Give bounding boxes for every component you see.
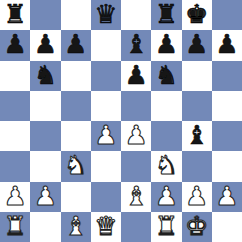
piece-black-pawn[interactable]: ♟ bbox=[155, 31, 178, 57]
piece-white-knight[interactable]: ♞ bbox=[64, 152, 87, 178]
piece-black-bishop[interactable]: ♝ bbox=[185, 122, 208, 148]
square-h6[interactable] bbox=[212, 61, 242, 91]
square-b7[interactable]: ♟ bbox=[30, 30, 60, 60]
square-h4[interactable] bbox=[212, 121, 242, 151]
square-c6[interactable] bbox=[61, 61, 91, 91]
piece-black-knight[interactable]: ♞ bbox=[155, 62, 178, 88]
square-f5[interactable] bbox=[151, 91, 181, 121]
piece-white-rook[interactable]: ♜ bbox=[155, 213, 178, 239]
square-e2[interactable]: ♝ bbox=[121, 182, 151, 212]
square-a1[interactable]: ♜ bbox=[0, 212, 30, 242]
square-g4[interactable]: ♝ bbox=[182, 121, 212, 151]
square-a2[interactable]: ♟ bbox=[0, 182, 30, 212]
piece-white-knight[interactable]: ♞ bbox=[155, 152, 178, 178]
piece-black-pawn[interactable]: ♟ bbox=[3, 31, 26, 57]
piece-black-knight[interactable]: ♞ bbox=[34, 62, 57, 88]
square-c5[interactable] bbox=[61, 91, 91, 121]
square-d7[interactable] bbox=[91, 30, 121, 60]
square-h2[interactable]: ♟ bbox=[212, 182, 242, 212]
square-b8[interactable] bbox=[30, 0, 60, 30]
square-c1[interactable]: ♝ bbox=[61, 212, 91, 242]
square-c4[interactable] bbox=[61, 121, 91, 151]
square-h3[interactable] bbox=[212, 151, 242, 181]
square-h7[interactable]: ♟ bbox=[212, 30, 242, 60]
square-b6[interactable]: ♞ bbox=[30, 61, 60, 91]
square-g5[interactable] bbox=[182, 91, 212, 121]
piece-black-queen[interactable]: ♛ bbox=[94, 1, 117, 27]
square-a5[interactable] bbox=[0, 91, 30, 121]
piece-white-pawn[interactable]: ♟ bbox=[94, 122, 117, 148]
square-c3[interactable]: ♞ bbox=[61, 151, 91, 181]
piece-white-pawn[interactable]: ♟ bbox=[34, 183, 57, 209]
square-c2[interactable] bbox=[61, 182, 91, 212]
piece-white-pawn[interactable]: ♟ bbox=[185, 183, 208, 209]
square-b1[interactable] bbox=[30, 212, 60, 242]
square-f2[interactable]: ♟ bbox=[151, 182, 181, 212]
square-h1[interactable] bbox=[212, 212, 242, 242]
square-e4[interactable]: ♟ bbox=[121, 121, 151, 151]
square-a4[interactable] bbox=[0, 121, 30, 151]
piece-white-rook[interactable]: ♜ bbox=[3, 213, 26, 239]
piece-white-bishop[interactable]: ♝ bbox=[124, 183, 147, 209]
square-h8[interactable] bbox=[212, 0, 242, 30]
square-e8[interactable] bbox=[121, 0, 151, 30]
piece-white-pawn[interactable]: ♟ bbox=[124, 122, 147, 148]
piece-white-pawn[interactable]: ♟ bbox=[155, 183, 178, 209]
square-a7[interactable]: ♟ bbox=[0, 30, 30, 60]
piece-black-pawn[interactable]: ♟ bbox=[124, 62, 147, 88]
piece-white-bishop[interactable]: ♝ bbox=[64, 213, 87, 239]
square-c8[interactable] bbox=[61, 0, 91, 30]
square-d4[interactable]: ♟ bbox=[91, 121, 121, 151]
square-d1[interactable]: ♛ bbox=[91, 212, 121, 242]
square-g3[interactable] bbox=[182, 151, 212, 181]
square-d6[interactable] bbox=[91, 61, 121, 91]
square-g7[interactable]: ♟ bbox=[182, 30, 212, 60]
square-e3[interactable] bbox=[121, 151, 151, 181]
piece-black-pawn[interactable]: ♟ bbox=[34, 31, 57, 57]
square-b2[interactable]: ♟ bbox=[30, 182, 60, 212]
square-b3[interactable] bbox=[30, 151, 60, 181]
square-f4[interactable] bbox=[151, 121, 181, 151]
square-a3[interactable] bbox=[0, 151, 30, 181]
chess-board: ♜♛♜♚♟♟♟♝♟♟♟♞♟♞♟♟♝♞♞♟♟♝♟♟♟♜♝♛♜♚ bbox=[0, 0, 242, 242]
square-f7[interactable]: ♟ bbox=[151, 30, 181, 60]
square-d8[interactable]: ♛ bbox=[91, 0, 121, 30]
piece-black-rook[interactable]: ♜ bbox=[155, 1, 178, 27]
square-g6[interactable] bbox=[182, 61, 212, 91]
piece-white-pawn[interactable]: ♟ bbox=[3, 183, 26, 209]
square-e6[interactable]: ♟ bbox=[121, 61, 151, 91]
square-g1[interactable]: ♚ bbox=[182, 212, 212, 242]
piece-white-pawn[interactable]: ♟ bbox=[215, 183, 238, 209]
square-f8[interactable]: ♜ bbox=[151, 0, 181, 30]
square-d2[interactable] bbox=[91, 182, 121, 212]
square-h5[interactable] bbox=[212, 91, 242, 121]
square-e1[interactable] bbox=[121, 212, 151, 242]
square-d3[interactable] bbox=[91, 151, 121, 181]
square-d5[interactable] bbox=[91, 91, 121, 121]
piece-black-pawn[interactable]: ♟ bbox=[64, 31, 87, 57]
square-g2[interactable]: ♟ bbox=[182, 182, 212, 212]
piece-white-queen[interactable]: ♛ bbox=[94, 213, 117, 239]
piece-black-pawn[interactable]: ♟ bbox=[185, 31, 208, 57]
piece-black-pawn[interactable]: ♟ bbox=[215, 31, 238, 57]
square-f3[interactable]: ♞ bbox=[151, 151, 181, 181]
square-f1[interactable]: ♜ bbox=[151, 212, 181, 242]
square-b4[interactable] bbox=[30, 121, 60, 151]
square-f6[interactable]: ♞ bbox=[151, 61, 181, 91]
piece-black-king[interactable]: ♚ bbox=[185, 1, 208, 27]
square-e7[interactable]: ♝ bbox=[121, 30, 151, 60]
square-b5[interactable] bbox=[30, 91, 60, 121]
square-c7[interactable]: ♟ bbox=[61, 30, 91, 60]
piece-white-king[interactable]: ♚ bbox=[185, 213, 208, 239]
piece-black-rook[interactable]: ♜ bbox=[3, 1, 26, 27]
square-a6[interactable] bbox=[0, 61, 30, 91]
square-e5[interactable] bbox=[121, 91, 151, 121]
square-g8[interactable]: ♚ bbox=[182, 0, 212, 30]
square-a8[interactable]: ♜ bbox=[0, 0, 30, 30]
piece-black-bishop[interactable]: ♝ bbox=[124, 31, 147, 57]
